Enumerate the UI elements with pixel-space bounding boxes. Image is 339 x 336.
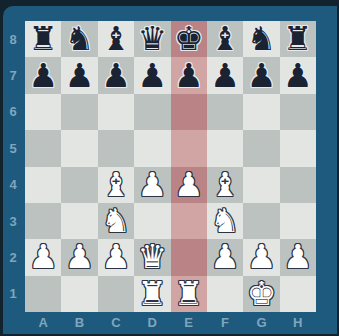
square-f2[interactable]: ♟ (207, 239, 243, 275)
chess-app-window: 87654321 ♜♞♝♛♚♝♞♜♟♟♟♟♟♟♟♟♝♟♟♝♞♞♟♟♟♛♟♟♟♜♜… (0, 0, 339, 336)
rank-label-2: 2 (3, 239, 23, 275)
square-d2[interactable]: ♛ (134, 239, 170, 275)
black-rook[interactable]: ♜ (283, 21, 313, 57)
rank-label-1: 1 (3, 276, 23, 312)
black-pawn[interactable]: ♟ (283, 58, 313, 94)
square-b6[interactable] (61, 94, 97, 130)
square-d5[interactable] (134, 130, 170, 166)
file-label-a: A (25, 312, 61, 332)
black-bishop[interactable]: ♝ (210, 21, 240, 57)
square-d7[interactable]: ♟ (134, 57, 170, 93)
file-labels: ABCDEFGH (25, 312, 316, 332)
white-pawn[interactable]: ♟ (174, 167, 204, 203)
square-a4[interactable] (25, 167, 61, 203)
square-a8[interactable]: ♜ (25, 21, 61, 57)
square-f7[interactable]: ♟ (207, 57, 243, 93)
black-pawn[interactable]: ♟ (65, 58, 95, 94)
square-f8[interactable]: ♝ (207, 21, 243, 57)
square-f6[interactable] (207, 94, 243, 130)
black-pawn[interactable]: ♟ (174, 58, 204, 94)
black-pawn[interactable]: ♟ (101, 58, 131, 94)
square-h5[interactable] (280, 130, 316, 166)
white-pawn[interactable]: ♟ (210, 239, 240, 275)
square-c7[interactable]: ♟ (98, 57, 134, 93)
square-a1[interactable] (25, 276, 61, 312)
white-pawn[interactable]: ♟ (247, 239, 277, 275)
white-pawn[interactable]: ♟ (28, 239, 58, 275)
square-c8[interactable]: ♝ (98, 21, 134, 57)
file-label-h: H (280, 312, 316, 332)
white-pawn[interactable]: ♟ (65, 239, 95, 275)
white-pawn[interactable]: ♟ (283, 239, 313, 275)
square-f4[interactable]: ♝ (207, 167, 243, 203)
file-label-e: E (171, 312, 207, 332)
square-e8[interactable]: ♚ (171, 21, 207, 57)
square-d8[interactable]: ♛ (134, 21, 170, 57)
black-knight[interactable]: ♞ (65, 21, 95, 57)
square-f5[interactable] (207, 130, 243, 166)
square-b4[interactable] (61, 167, 97, 203)
square-c5[interactable] (98, 130, 134, 166)
white-queen[interactable]: ♛ (138, 239, 168, 275)
square-h3[interactable] (280, 203, 316, 239)
white-bishop[interactable]: ♝ (210, 167, 240, 203)
square-h7[interactable]: ♟ (280, 57, 316, 93)
rank-label-5: 5 (3, 130, 23, 166)
white-pawn[interactable]: ♟ (138, 167, 168, 203)
square-d1[interactable]: ♜ (134, 276, 170, 312)
file-label-c: C (98, 312, 134, 332)
square-e7[interactable]: ♟ (171, 57, 207, 93)
square-g2[interactable]: ♟ (243, 239, 279, 275)
black-pawn[interactable]: ♟ (210, 58, 240, 94)
black-pawn[interactable]: ♟ (28, 58, 58, 94)
rank-label-3: 3 (3, 203, 23, 239)
square-f3[interactable]: ♞ (207, 203, 243, 239)
square-a5[interactable] (25, 130, 61, 166)
square-d4[interactable]: ♟ (134, 167, 170, 203)
white-rook[interactable]: ♜ (138, 276, 168, 312)
black-king[interactable]: ♚ (174, 21, 204, 57)
square-c1[interactable] (98, 276, 134, 312)
rank-label-7: 7 (3, 57, 23, 93)
square-a2[interactable]: ♟ (25, 239, 61, 275)
black-queen[interactable]: ♛ (138, 21, 168, 57)
white-knight[interactable]: ♞ (210, 203, 240, 239)
white-rook[interactable]: ♜ (174, 276, 204, 312)
square-b1[interactable] (61, 276, 97, 312)
square-g4[interactable] (243, 167, 279, 203)
square-h8[interactable]: ♜ (280, 21, 316, 57)
black-pawn[interactable]: ♟ (138, 58, 168, 94)
square-a3[interactable] (25, 203, 61, 239)
square-e4[interactable]: ♟ (171, 167, 207, 203)
square-g6[interactable] (243, 94, 279, 130)
rank-label-4: 4 (3, 167, 23, 203)
file-label-g: G (243, 312, 279, 332)
square-e2[interactable] (171, 239, 207, 275)
square-g3[interactable] (243, 203, 279, 239)
square-c2[interactable]: ♟ (98, 239, 134, 275)
file-label-b: B (61, 312, 97, 332)
file-label-d: D (134, 312, 170, 332)
square-g8[interactable]: ♞ (243, 21, 279, 57)
square-g1[interactable]: ♚ (243, 276, 279, 312)
square-a7[interactable]: ♟ (25, 57, 61, 93)
white-king[interactable]: ♚ (247, 276, 277, 312)
square-e3[interactable] (171, 203, 207, 239)
rank-labels: 87654321 (3, 21, 23, 312)
rank-label-8: 8 (3, 21, 23, 57)
square-c3[interactable]: ♞ (98, 203, 134, 239)
white-knight[interactable]: ♞ (101, 203, 131, 239)
square-h6[interactable] (280, 94, 316, 130)
rank-label-6: 6 (3, 94, 23, 130)
square-g5[interactable] (243, 130, 279, 166)
square-f1[interactable] (207, 276, 243, 312)
black-bishop[interactable]: ♝ (101, 21, 131, 57)
square-b7[interactable]: ♟ (61, 57, 97, 93)
white-bishop[interactable]: ♝ (101, 167, 131, 203)
chess-board[interactable]: ♜♞♝♛♚♝♞♜♟♟♟♟♟♟♟♟♝♟♟♝♞♞♟♟♟♛♟♟♟♜♜♚ (25, 21, 316, 312)
square-a6[interactable] (25, 94, 61, 130)
square-e5[interactable] (171, 130, 207, 166)
square-d3[interactable] (134, 203, 170, 239)
square-b5[interactable] (61, 130, 97, 166)
black-pawn[interactable]: ♟ (247, 58, 277, 94)
square-d6[interactable] (134, 94, 170, 130)
square-h2[interactable]: ♟ (280, 239, 316, 275)
square-e6[interactable] (171, 94, 207, 130)
square-h1[interactable] (280, 276, 316, 312)
square-h4[interactable] (280, 167, 316, 203)
file-label-f: F (207, 312, 243, 332)
square-b3[interactable] (61, 203, 97, 239)
black-knight[interactable]: ♞ (247, 21, 277, 57)
square-e1[interactable]: ♜ (171, 276, 207, 312)
square-c4[interactable]: ♝ (98, 167, 134, 203)
white-pawn[interactable]: ♟ (101, 239, 131, 275)
black-rook[interactable]: ♜ (28, 21, 58, 57)
square-b8[interactable]: ♞ (61, 21, 97, 57)
square-b2[interactable]: ♟ (61, 239, 97, 275)
square-g7[interactable]: ♟ (243, 57, 279, 93)
square-c6[interactable] (98, 94, 134, 130)
